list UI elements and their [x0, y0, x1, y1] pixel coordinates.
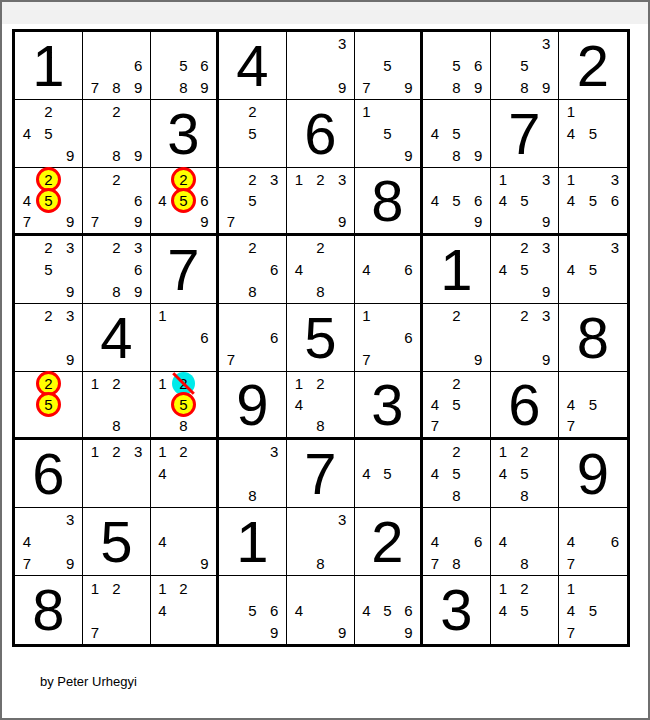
candidate-3[interactable]: 3 [535, 305, 557, 327]
cell-r5c8[interactable]: 239 [491, 304, 559, 372]
candidate-7[interactable]: 7 [84, 211, 106, 232]
candidate-5[interactable]: 5 [242, 123, 264, 145]
candidate-5[interactable]: 5 [582, 190, 604, 211]
candidate-3[interactable]: 3 [331, 509, 353, 531]
cell-r1c2[interactable]: 6789 [83, 32, 151, 100]
cell-r1c8[interactable]: 3589 [491, 32, 559, 100]
candidate-7[interactable]: 7 [560, 621, 582, 643]
candidate-6[interactable]: 6 [127, 55, 149, 77]
cell-r8c1[interactable]: 3479 [15, 508, 83, 576]
cell-r9c7[interactable]: 3 [423, 576, 491, 644]
cell-r3c2[interactable]: 2679 [83, 168, 151, 236]
candidate-5[interactable]: 5 [38, 190, 60, 211]
candidate-grid: 2459 [16, 101, 81, 166]
candidate-4[interactable]: 4 [288, 599, 310, 621]
candidate-grid: 1248 [288, 373, 353, 436]
candidate-6[interactable]: 6 [398, 599, 419, 621]
app-window: 1678956894395795689358922459289325615945… [0, 0, 650, 720]
candidate-3[interactable]: 3 [535, 169, 557, 190]
candidate-5[interactable]: 5 [377, 463, 398, 485]
cell-r2c7[interactable]: 4589 [423, 100, 491, 168]
candidate-2[interactable]: 2 [242, 237, 264, 259]
candidate-2[interactable]: 2 [106, 237, 128, 259]
cell-r2c1[interactable]: 2459 [15, 100, 83, 168]
candidate-1[interactable]: 1 [288, 169, 310, 190]
cell-r1c9[interactable]: 2 [559, 32, 627, 100]
candidate-6[interactable]: 6 [127, 190, 149, 211]
candidate-2[interactable]: 2 [310, 373, 332, 394]
candidate-7[interactable]: 7 [356, 348, 377, 370]
candidate-9[interactable]: 9 [398, 621, 419, 643]
candidate-1[interactable]: 1 [152, 373, 173, 394]
candidate-9[interactable]: 9 [535, 348, 557, 370]
cell-r7c4[interactable]: 38 [219, 440, 287, 508]
candidate-8[interactable]: 8 [310, 415, 332, 436]
big-digit: 2 [355, 508, 420, 575]
cell-r7c8[interactable]: 12458 [491, 440, 559, 508]
candidate-4[interactable]: 4 [424, 123, 446, 145]
candidate-8[interactable]: 8 [310, 552, 332, 574]
candidate-7[interactable]: 7 [84, 621, 106, 643]
candidate-5[interactable]: 5 [446, 123, 468, 145]
cell-r7c1[interactable]: 6 [15, 440, 83, 508]
candidate-5[interactable]: 5 [582, 259, 604, 281]
cell-r8c4[interactable]: 1 [219, 508, 287, 576]
candidate-5[interactable]: 5 [38, 123, 60, 145]
candidate-9[interactable]: 9 [127, 76, 149, 98]
cell-r3c4[interactable]: 2357 [219, 168, 287, 236]
candidate-7[interactable]: 7 [424, 552, 446, 574]
candidate-4[interactable]: 4 [152, 531, 173, 553]
candidate-grid: 4678 [424, 509, 489, 574]
candidate-9[interactable]: 9 [535, 76, 557, 98]
candidate-1[interactable]: 1 [356, 305, 377, 327]
candidate-6[interactable]: 6 [263, 327, 285, 349]
candidate-grid: 289 [84, 101, 149, 166]
candidate-4[interactable]: 4 [492, 190, 514, 211]
candidate-2[interactable]: 2 [106, 441, 128, 463]
candidate-6[interactable]: 6 [263, 599, 285, 621]
candidate-1[interactable]: 1 [152, 577, 173, 599]
cell-r6c3[interactable]: 1258 [151, 372, 219, 440]
candidate-9[interactable]: 9 [194, 552, 215, 574]
candidate-5[interactable]: 5 [38, 259, 60, 281]
candidate-4[interactable]: 4 [152, 190, 173, 211]
cell-r5c1[interactable]: 239 [15, 304, 83, 372]
cell-r5c2[interactable]: 4 [83, 304, 151, 372]
candidate-9[interactable]: 9 [127, 211, 149, 232]
big-digit: 6 [15, 440, 82, 507]
candidate-1[interactable]: 1 [560, 169, 582, 190]
candidate-grid: 48 [492, 509, 557, 574]
candidate-2[interactable]: 2 [446, 373, 468, 394]
candidate-2[interactable]: 2 [446, 441, 468, 463]
candidate-6[interactable]: 6 [194, 55, 215, 77]
cell-r4c7[interactable]: 1 [423, 236, 491, 304]
candidate-6[interactable]: 6 [467, 531, 489, 553]
cell-r9c9[interactable]: 1457 [559, 576, 627, 644]
candidate-grid: 248 [288, 237, 353, 302]
candidate-5[interactable]: 5 [242, 190, 264, 211]
candidate-8[interactable]: 8 [173, 76, 194, 98]
candidate-3[interactable]: 3 [263, 169, 285, 190]
candidate-2[interactable]: 2 [514, 305, 536, 327]
cell-r7c3[interactable]: 124 [151, 440, 219, 508]
big-digit: 8 [15, 576, 82, 644]
cell-r9c1[interactable]: 8 [15, 576, 83, 644]
candidate-9[interactable]: 9 [127, 144, 149, 166]
candidate-9[interactable]: 9 [331, 621, 353, 643]
cell-r6c6[interactable]: 3 [355, 372, 423, 440]
candidate-2[interactable]: 2 [106, 577, 128, 599]
candidate-8[interactable]: 8 [106, 415, 128, 436]
cell-r6c1[interactable]: 25 [15, 372, 83, 440]
candidate-9[interactable]: 9 [127, 280, 149, 302]
candidate-3[interactable]: 3 [535, 33, 557, 55]
cell-r1c5[interactable]: 39 [287, 32, 355, 100]
candidate-2[interactable]: 2 [173, 169, 194, 190]
candidate-3[interactable]: 3 [59, 305, 81, 327]
candidate-5[interactable]: 5 [514, 55, 536, 77]
candidate-1[interactable]: 1 [492, 169, 514, 190]
candidate-5[interactable]: 5 [582, 123, 604, 145]
candidate-2[interactable]: 2 [310, 237, 332, 259]
candidate-4[interactable]: 4 [560, 123, 582, 145]
cell-r8c3[interactable]: 49 [151, 508, 219, 576]
cell-r3c1[interactable]: 24579 [15, 168, 83, 236]
candidate-2[interactable]: 2 [173, 441, 194, 463]
candidate-grid: 12458 [492, 441, 557, 506]
candidate-8[interactable]: 8 [173, 415, 194, 436]
candidate-8[interactable]: 8 [514, 552, 536, 574]
cell-r9c3[interactable]: 124 [151, 576, 219, 644]
candidate-2[interactable]: 2 [38, 237, 60, 259]
candidate-grid: 25 [220, 101, 285, 166]
candidate-5[interactable]: 5 [514, 599, 536, 621]
cell-r8c8[interactable]: 48 [491, 508, 559, 576]
candidate-4[interactable]: 4 [356, 599, 377, 621]
candidate-7[interactable]: 7 [560, 552, 582, 574]
candidate-9[interactable]: 9 [398, 144, 419, 166]
candidate-2[interactable]: 2 [310, 169, 332, 190]
candidate-1[interactable]: 1 [560, 577, 582, 599]
candidate-8[interactable]: 8 [446, 144, 468, 166]
candidate-8[interactable]: 8 [242, 280, 264, 302]
cell-r9c5[interactable]: 49 [287, 576, 355, 644]
cell-r1c1[interactable]: 1 [15, 32, 83, 100]
cell-r6c4[interactable]: 9 [219, 372, 287, 440]
cell-r7c7[interactable]: 2458 [423, 440, 491, 508]
cell-r3c7[interactable]: 4569 [423, 168, 491, 236]
candidate-9[interactable]: 9 [467, 348, 489, 370]
candidate-1[interactable]: 1 [356, 101, 377, 123]
candidate-grid: 46 [356, 237, 419, 302]
cell-r7c5[interactable]: 7 [287, 440, 355, 508]
candidate-2[interactable]: 2 [106, 101, 128, 123]
candidate-1[interactable]: 1 [84, 441, 106, 463]
cell-r5c3[interactable]: 16 [151, 304, 219, 372]
candidate-4[interactable]: 4 [560, 531, 582, 553]
candidate-7[interactable]: 7 [424, 415, 446, 436]
cell-r3c8[interactable]: 13459 [491, 168, 559, 236]
cell-r8c2[interactable]: 5 [83, 508, 151, 576]
candidate-7[interactable]: 7 [356, 76, 377, 98]
cell-r4c9[interactable]: 345 [559, 236, 627, 304]
candidate-7[interactable]: 7 [220, 348, 242, 370]
candidate-5[interactable]: 5 [582, 394, 604, 415]
candidate-5[interactable]: 5 [446, 55, 468, 77]
cell-r9c2[interactable]: 127 [83, 576, 151, 644]
cell-r9c6[interactable]: 4569 [355, 576, 423, 644]
big-digit: 9 [559, 440, 627, 507]
cell-r6c7[interactable]: 2457 [423, 372, 491, 440]
candidate-6[interactable]: 6 [398, 327, 419, 349]
candidate-4[interactable]: 4 [288, 394, 310, 415]
candidate-5[interactable]: 5 [38, 394, 60, 415]
candidate-2[interactable]: 2 [242, 169, 264, 190]
cell-r7c9[interactable]: 9 [559, 440, 627, 508]
candidate-9[interactable]: 9 [398, 76, 419, 98]
candidate-9[interactable]: 9 [59, 348, 81, 370]
cell-r2c9[interactable]: 145 [559, 100, 627, 168]
candidate-9[interactable]: 9 [535, 211, 557, 232]
candidate-7[interactable]: 7 [16, 552, 38, 574]
candidate-8[interactable]: 8 [310, 280, 332, 302]
cell-r5c5[interactable]: 5 [287, 304, 355, 372]
candidate-1[interactable]: 1 [152, 305, 173, 327]
candidate-1[interactable]: 1 [288, 373, 310, 394]
cell-r2c4[interactable]: 25 [219, 100, 287, 168]
candidate-8[interactable]: 8 [446, 76, 468, 98]
big-digit: 7 [287, 440, 354, 507]
cell-r2c6[interactable]: 159 [355, 100, 423, 168]
candidate-1[interactable]: 1 [84, 577, 106, 599]
cell-r1c6[interactable]: 579 [355, 32, 423, 100]
cell-r7c2[interactable]: 123 [83, 440, 151, 508]
cell-r4c2[interactable]: 23689 [83, 236, 151, 304]
candidate-1[interactable]: 1 [492, 441, 514, 463]
candidate-6[interactable]: 6 [467, 55, 489, 77]
cell-r4c5[interactable]: 248 [287, 236, 355, 304]
cell-r4c4[interactable]: 268 [219, 236, 287, 304]
cell-r8c7[interactable]: 4678 [423, 508, 491, 576]
candidate-grid: 24569 [152, 169, 215, 232]
candidate-1[interactable]: 1 [152, 441, 173, 463]
cell-r3c9[interactable]: 13456 [559, 168, 627, 236]
cell-r1c7[interactable]: 5689 [423, 32, 491, 100]
big-digit: 1 [15, 32, 82, 99]
candidate-6[interactable]: 6 [194, 190, 215, 211]
candidate-6[interactable]: 6 [398, 259, 419, 281]
candidate-grid: 24579 [16, 169, 81, 232]
candidate-grid: 569 [220, 577, 285, 643]
candidate-5[interactable]: 5 [514, 463, 536, 485]
candidate-7[interactable]: 7 [220, 211, 242, 232]
candidate-4[interactable]: 4 [492, 531, 514, 553]
cell-r6c8[interactable]: 6 [491, 372, 559, 440]
candidate-4[interactable]: 4 [288, 259, 310, 281]
candidate-2[interactable]: 2 [38, 373, 60, 394]
candidate-3[interactable]: 3 [331, 33, 353, 55]
cell-r3c6[interactable]: 8 [355, 168, 423, 236]
candidate-4[interactable]: 4 [560, 259, 582, 281]
cell-r4c8[interactable]: 23459 [491, 236, 559, 304]
cell-r4c1[interactable]: 2359 [15, 236, 83, 304]
candidate-3[interactable]: 3 [263, 441, 285, 463]
candidate-4[interactable]: 4 [16, 123, 38, 145]
candidate-5[interactable]: 5 [446, 190, 468, 211]
candidate-2[interactable]: 2 [173, 373, 194, 394]
candidate-4[interactable]: 4 [560, 394, 582, 415]
candidate-1[interactable]: 1 [492, 577, 514, 599]
candidate-9[interactable]: 9 [59, 552, 81, 574]
candidate-5[interactable]: 5 [173, 55, 194, 77]
candidate-9[interactable]: 9 [59, 211, 81, 232]
candidate-2[interactable]: 2 [173, 577, 194, 599]
candidate-9[interactable]: 9 [194, 211, 215, 232]
candidate-7[interactable]: 7 [560, 415, 582, 436]
candidate-3[interactable]: 3 [604, 237, 626, 259]
candidate-4[interactable]: 4 [424, 463, 446, 485]
cell-r4c3[interactable]: 7 [151, 236, 219, 304]
candidate-5[interactable]: 5 [377, 599, 398, 621]
candidate-9[interactable]: 9 [331, 76, 353, 98]
candidate-2[interactable]: 2 [514, 441, 536, 463]
candidate-8[interactable]: 8 [514, 76, 536, 98]
candidate-2[interactable]: 2 [242, 101, 264, 123]
candidate-3[interactable]: 3 [535, 237, 557, 259]
candidate-6[interactable]: 6 [127, 259, 149, 281]
candidate-2[interactable]: 2 [514, 577, 536, 599]
candidate-2[interactable]: 2 [446, 305, 468, 327]
candidate-3[interactable]: 3 [127, 237, 149, 259]
candidate-1[interactable]: 1 [84, 373, 106, 394]
cell-r8c6[interactable]: 2 [355, 508, 423, 576]
candidate-9[interactable]: 9 [467, 211, 489, 232]
candidate-7[interactable]: 7 [84, 76, 106, 98]
candidate-4[interactable]: 4 [492, 599, 514, 621]
candidate-5[interactable]: 5 [377, 55, 398, 77]
candidate-4[interactable]: 4 [492, 463, 514, 485]
cell-r2c3[interactable]: 3 [151, 100, 219, 168]
candidate-1[interactable]: 1 [560, 101, 582, 123]
candidate-6[interactable]: 6 [604, 531, 626, 553]
candidate-4[interactable]: 4 [356, 463, 377, 485]
candidate-4[interactable]: 4 [424, 394, 446, 415]
cell-r3c5[interactable]: 1239 [287, 168, 355, 236]
candidate-4[interactable]: 4 [492, 259, 514, 281]
candidate-4[interactable]: 4 [560, 599, 582, 621]
candidate-9[interactable]: 9 [194, 76, 215, 98]
candidate-8[interactable]: 8 [106, 144, 128, 166]
candidate-3[interactable]: 3 [59, 237, 81, 259]
candidate-8[interactable]: 8 [446, 484, 468, 506]
candidate-3[interactable]: 3 [331, 169, 353, 190]
candidate-9[interactable]: 9 [467, 76, 489, 98]
candidate-5[interactable]: 5 [242, 599, 264, 621]
candidate-6[interactable]: 6 [604, 190, 626, 211]
cell-r5c6[interactable]: 167 [355, 304, 423, 372]
candidate-4[interactable]: 4 [16, 531, 38, 553]
cell-r6c2[interactable]: 128 [83, 372, 151, 440]
cell-r5c4[interactable]: 67 [219, 304, 287, 372]
cell-r2c5[interactable]: 6 [287, 100, 355, 168]
candidate-4[interactable]: 4 [356, 259, 377, 281]
candidate-6[interactable]: 6 [467, 190, 489, 211]
candidate-6[interactable]: 6 [263, 259, 285, 281]
candidate-5[interactable]: 5 [514, 190, 536, 211]
candidate-8[interactable]: 8 [514, 484, 536, 506]
candidate-grid: 25 [16, 373, 81, 436]
cell-r8c9[interactable]: 467 [559, 508, 627, 576]
candidate-2[interactable]: 2 [106, 373, 128, 394]
cell-r5c9[interactable]: 8 [559, 304, 627, 372]
cell-r4c6[interactable]: 46 [355, 236, 423, 304]
candidate-grid: 2359 [16, 237, 81, 302]
candidate-5[interactable]: 5 [377, 123, 398, 145]
candidate-grid: 2458 [424, 441, 489, 506]
candidate-8[interactable]: 8 [106, 76, 128, 98]
candidate-8[interactable]: 8 [106, 280, 128, 302]
candidate-5[interactable]: 5 [514, 259, 536, 281]
candidate-2[interactable]: 2 [38, 305, 60, 327]
candidate-4[interactable]: 4 [152, 599, 173, 621]
candidate-6[interactable]: 6 [194, 327, 215, 349]
candidate-3[interactable]: 3 [59, 509, 81, 531]
candidate-2[interactable]: 2 [38, 101, 60, 123]
cell-r1c4[interactable]: 4 [219, 32, 287, 100]
candidate-3[interactable]: 3 [604, 169, 626, 190]
cell-r6c9[interactable]: 457 [559, 372, 627, 440]
cell-r6c5[interactable]: 1248 [287, 372, 355, 440]
cell-r1c3[interactable]: 5689 [151, 32, 219, 100]
cell-r2c2[interactable]: 289 [83, 100, 151, 168]
cell-r5c7[interactable]: 29 [423, 304, 491, 372]
candidate-4[interactable]: 4 [16, 190, 38, 211]
cell-r9c8[interactable]: 1245 [491, 576, 559, 644]
candidate-4[interactable]: 4 [152, 463, 173, 485]
candidate-5[interactable]: 5 [446, 463, 468, 485]
candidate-grid: 124 [152, 441, 215, 506]
candidate-4[interactable]: 4 [424, 531, 446, 553]
cell-r8c5[interactable]: 38 [287, 508, 355, 576]
cell-r3c3[interactable]: 24569 [151, 168, 219, 236]
candidate-5[interactable]: 5 [173, 394, 194, 415]
candidate-9[interactable]: 9 [263, 621, 285, 643]
cell-r7c6[interactable]: 45 [355, 440, 423, 508]
candidate-5[interactable]: 5 [446, 394, 468, 415]
candidate-5[interactable]: 5 [173, 190, 194, 211]
candidate-2[interactable]: 2 [38, 169, 60, 190]
big-digit: 8 [355, 168, 420, 233]
candidate-9[interactable]: 9 [59, 280, 81, 302]
candidate-8[interactable]: 8 [242, 484, 264, 506]
candidate-2[interactable]: 2 [106, 169, 128, 190]
candidate-3[interactable]: 3 [127, 441, 149, 463]
cell-r2c8[interactable]: 7 [491, 100, 559, 168]
candidate-9[interactable]: 9 [59, 144, 81, 166]
cell-r9c4[interactable]: 569 [219, 576, 287, 644]
candidate-7[interactable]: 7 [16, 211, 38, 232]
candidate-9[interactable]: 9 [467, 144, 489, 166]
candidate-5[interactable]: 5 [582, 599, 604, 621]
candidate-4[interactable]: 4 [424, 190, 446, 211]
candidate-9[interactable]: 9 [331, 211, 353, 232]
candidate-9[interactable]: 9 [535, 280, 557, 302]
candidate-8[interactable]: 8 [446, 552, 468, 574]
candidate-4[interactable]: 4 [560, 190, 582, 211]
candidate-2[interactable]: 2 [514, 237, 536, 259]
